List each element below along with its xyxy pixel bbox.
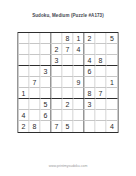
sudoku-cell-r9c2: 8 [30, 121, 41, 132]
sudoku-cell-r4c8 [96, 66, 107, 77]
sudoku-cell-r2c5: 7 [63, 44, 74, 55]
sudoku-cell-r4c3: 3 [41, 66, 52, 77]
sudoku-cell-r9c7 [85, 121, 96, 132]
sudoku-cell-r3c2 [30, 55, 41, 66]
footer-url: www.printmysudoku.com [0, 164, 136, 168]
puzzle-page: Sudoku, Medium (Puzzle #A173) 8125274348… [0, 0, 136, 176]
sudoku-cell-r6c4 [52, 88, 63, 99]
sudoku-cell-r6c6 [74, 88, 85, 99]
sudoku-cell-r4c4 [52, 66, 63, 77]
sudoku-cell-r5c8 [96, 77, 107, 88]
sudoku-cell-r6c8: 7 [96, 88, 107, 99]
sudoku-cell-r1c1 [19, 33, 30, 44]
sudoku-cell-r8c3: 6 [41, 110, 52, 121]
sudoku-cell-r4c5 [63, 66, 74, 77]
sudoku-cell-r4c1 [19, 66, 30, 77]
sudoku-cell-r2c8 [96, 44, 107, 55]
sudoku-cell-r5c1 [19, 77, 30, 88]
sudoku-cell-r3c5 [63, 55, 74, 66]
sudoku-cell-r1c3 [41, 33, 52, 44]
sudoku-cell-r3c9 [107, 55, 118, 66]
sudoku-cell-r9c6 [74, 121, 85, 132]
sudoku-cell-r8c1: 4 [19, 110, 30, 121]
sudoku-cell-r9c1: 2 [19, 121, 30, 132]
sudoku-cell-r3c3 [41, 55, 52, 66]
sudoku-cell-r2c6: 4 [74, 44, 85, 55]
sudoku-cell-r8c6 [74, 110, 85, 121]
sudoku-cell-r8c4 [52, 110, 63, 121]
sudoku-cell-r3c6 [74, 55, 85, 66]
sudoku-cell-r5c5 [63, 77, 74, 88]
sudoku-cell-r1c2 [30, 33, 41, 44]
sudoku-cell-r5c2: 7 [30, 77, 41, 88]
sudoku-cell-r6c9 [107, 88, 118, 99]
sudoku-cell-r1c7: 2 [85, 33, 96, 44]
sudoku-cell-r5c4 [52, 77, 63, 88]
sudoku-cell-r6c1: 1 [19, 88, 30, 99]
sudoku-cell-r1c4 [52, 33, 63, 44]
sudoku-cell-r7c9 [107, 99, 118, 110]
sudoku-cell-r9c8 [96, 121, 107, 132]
sudoku-cell-r8c7 [85, 110, 96, 121]
sudoku-cell-r4c6 [74, 66, 85, 77]
page-title: Sudoku, Medium (Puzzle #A173) [0, 13, 136, 18]
sudoku-cell-r4c2 [30, 66, 41, 77]
sudoku-cell-r3c4: 3 [52, 55, 63, 66]
sudoku-cell-r5c9: 1 [107, 77, 118, 88]
sudoku-cell-r2c1 [19, 44, 30, 55]
sudoku-cell-r7c5: 2 [63, 99, 74, 110]
sudoku-cell-r8c8 [96, 110, 107, 121]
sudoku-cell-r6c5 [63, 88, 74, 99]
sudoku-cell-r9c3 [41, 121, 52, 132]
sudoku-cell-r9c4: 7 [52, 121, 63, 132]
sudoku-cell-r9c9: 4 [107, 121, 118, 132]
sudoku-cell-r3c8: 8 [96, 55, 107, 66]
sudoku-cell-r8c9 [107, 110, 118, 121]
sudoku-cell-r6c2 [30, 88, 41, 99]
sudoku-cell-r8c5 [63, 110, 74, 121]
sudoku-cell-r5c7 [85, 77, 96, 88]
sudoku-cell-r4c7: 6 [85, 66, 96, 77]
sudoku-cell-r7c1 [19, 99, 30, 110]
sudoku-cell-r6c3 [41, 88, 52, 99]
sudoku-cell-r7c6 [74, 99, 85, 110]
sudoku-cell-r3c7: 4 [85, 55, 96, 66]
sudoku-grid: 8125274348367911875234628754 [18, 32, 119, 133]
sudoku-cell-r2c7 [85, 44, 96, 55]
sudoku-cell-r2c2 [30, 44, 41, 55]
sudoku-cell-r8c2 [30, 110, 41, 121]
sudoku-cell-r7c4 [52, 99, 63, 110]
sudoku-cell-r1c9: 5 [107, 33, 118, 44]
sudoku-cell-r2c4: 2 [52, 44, 63, 55]
sudoku-cell-r1c5: 8 [63, 33, 74, 44]
sudoku-cell-r2c3 [41, 44, 52, 55]
sudoku-cell-r1c6: 1 [74, 33, 85, 44]
sudoku-cell-r7c3: 5 [41, 99, 52, 110]
sudoku-cell-r6c7: 8 [85, 88, 96, 99]
sudoku-cell-r3c1 [19, 55, 30, 66]
sudoku-cell-r4c9 [107, 66, 118, 77]
sudoku-cell-r7c2 [30, 99, 41, 110]
sudoku-cell-r1c8 [96, 33, 107, 44]
sudoku-cell-r7c7: 3 [85, 99, 96, 110]
sudoku-cell-r9c5: 5 [63, 121, 74, 132]
sudoku-cell-r5c6: 9 [74, 77, 85, 88]
sudoku-cell-r2c9 [107, 44, 118, 55]
sudoku-cell-r5c3 [41, 77, 52, 88]
sudoku-cell-r7c8 [96, 99, 107, 110]
